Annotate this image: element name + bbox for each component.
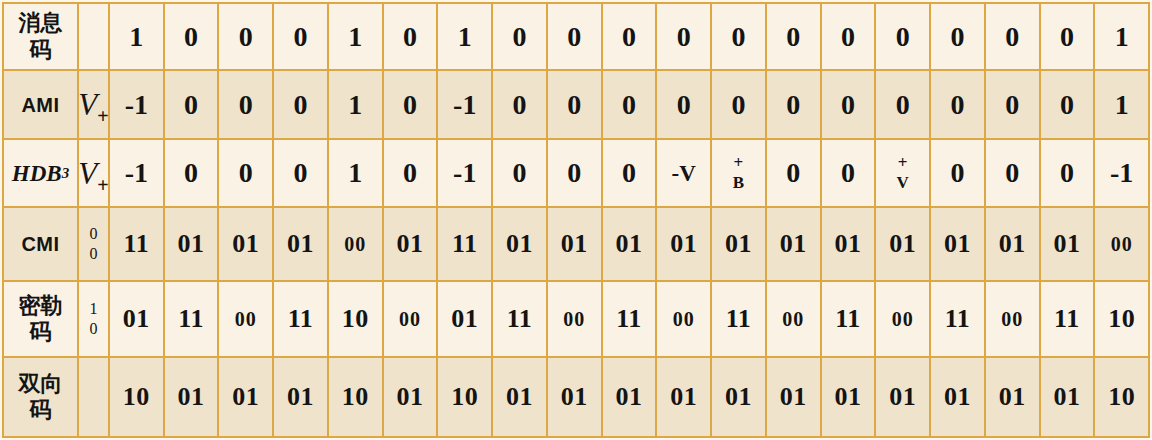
cell-message-11: 0: [657, 4, 710, 69]
cell-miller-1: 01: [110, 282, 163, 356]
cell-message-16: 0: [931, 4, 984, 69]
cell-cmi-18: 01: [1041, 208, 1094, 280]
cell-ami-18: 0: [1041, 71, 1094, 138]
cell-cmi-1: 11: [110, 208, 163, 280]
row-sublabel-biphase: [79, 358, 108, 436]
cell-cmi-17: 01: [986, 208, 1039, 280]
cell-ami-10: 0: [603, 71, 656, 138]
line-coding-table: 消息码1000101000000000001AMIV+-100010-10000…: [2, 2, 1150, 438]
cell-biphase-7: 10: [438, 358, 491, 436]
cell-biphase-17: 01: [986, 358, 1039, 436]
cell-miller-11: 00: [657, 282, 710, 356]
cell-message-12: 0: [712, 4, 765, 69]
cell-message-15: 0: [876, 4, 929, 69]
cell-hdb3-12: +B: [712, 140, 765, 206]
cell-ami-11: 0: [657, 71, 710, 138]
cell-miller-7: 01: [438, 282, 491, 356]
cell-hdb3-16: 0: [931, 140, 984, 206]
cell-hdb3-18: 0: [1041, 140, 1094, 206]
cell-biphase-14: 01: [822, 358, 875, 436]
cell-miller-6: 00: [384, 282, 437, 356]
cell-biphase-5: 10: [329, 358, 382, 436]
cell-hdb3-4: 0: [274, 140, 327, 206]
cell-miller-10: 11: [603, 282, 656, 356]
cell-biphase-2: 01: [165, 358, 218, 436]
cell-ami-6: 0: [384, 71, 437, 138]
cell-cmi-9: 01: [548, 208, 601, 280]
cell-ami-3: 0: [219, 71, 272, 138]
cell-cmi-2: 01: [165, 208, 218, 280]
cell-hdb3-14: 0: [822, 140, 875, 206]
cell-biphase-9: 01: [548, 358, 601, 436]
cell-cmi-19: 00: [1095, 208, 1148, 280]
cell-hdb3-7: -1: [438, 140, 491, 206]
cell-cmi-16: 01: [931, 208, 984, 280]
slide-table-page: 消息码1000101000000000001AMIV+-100010-10000…: [0, 0, 1152, 440]
cell-miller-2: 11: [165, 282, 218, 356]
cell-ami-15: 0: [876, 71, 929, 138]
row-sublabel-ami: V+: [79, 71, 108, 138]
cell-biphase-18: 01: [1041, 358, 1094, 436]
cell-biphase-8: 01: [493, 358, 546, 436]
cell-ami-8: 0: [493, 71, 546, 138]
cell-cmi-12: 01: [712, 208, 765, 280]
cell-biphase-19: 10: [1095, 358, 1148, 436]
cell-cmi-6: 01: [384, 208, 437, 280]
row-sublabel-cmi: 00: [79, 208, 108, 280]
cell-hdb3-2: 0: [165, 140, 218, 206]
cell-biphase-13: 01: [767, 358, 820, 436]
cell-cmi-13: 01: [767, 208, 820, 280]
cell-ami-5: 1: [329, 71, 382, 138]
cell-message-7: 1: [438, 4, 491, 69]
row-label-hdb3: HDB3: [4, 140, 77, 206]
row-label-miller: 密勒码: [4, 282, 77, 356]
cell-miller-5: 10: [329, 282, 382, 356]
cell-cmi-3: 01: [219, 208, 272, 280]
cell-message-5: 1: [329, 4, 382, 69]
polarity-symbol: V+: [78, 158, 108, 189]
cell-miller-4: 11: [274, 282, 327, 356]
cell-miller-8: 11: [493, 282, 546, 356]
cell-miller-15: 00: [876, 282, 929, 356]
cell-miller-13: 00: [767, 282, 820, 356]
cell-cmi-5: 00: [329, 208, 382, 280]
state-reference: 10: [90, 299, 98, 339]
cell-hdb3-8: 0: [493, 140, 546, 206]
cell-miller-9: 00: [548, 282, 601, 356]
cell-message-18: 0: [1041, 4, 1094, 69]
cell-miller-3: 00: [219, 282, 272, 356]
cell-miller-16: 11: [931, 282, 984, 356]
cell-miller-12: 11: [712, 282, 765, 356]
row-label-message: 消息码: [4, 4, 77, 69]
cell-cmi-4: 01: [274, 208, 327, 280]
cell-hdb3-1: -1: [110, 140, 163, 206]
cell-message-1: 1: [110, 4, 163, 69]
row-label-cmi: CMI: [4, 208, 77, 280]
cell-cmi-11: 01: [657, 208, 710, 280]
cell-message-14: 0: [822, 4, 875, 69]
cell-cmi-7: 11: [438, 208, 491, 280]
cell-message-3: 0: [219, 4, 272, 69]
cell-message-9: 0: [548, 4, 601, 69]
cell-message-6: 0: [384, 4, 437, 69]
cell-cmi-15: 01: [876, 208, 929, 280]
cell-hdb3-5: 1: [329, 140, 382, 206]
cell-ami-12: 0: [712, 71, 765, 138]
row-label-text: HDB: [12, 162, 62, 185]
polarity-symbol: V+: [78, 89, 108, 120]
cell-hdb3-15: +V: [876, 140, 929, 206]
cell-ami-19: 1: [1095, 71, 1148, 138]
cell-miller-17: 00: [986, 282, 1039, 356]
cell-hdb3-3: 0: [219, 140, 272, 206]
cell-hdb3-13: 0: [767, 140, 820, 206]
cell-message-8: 0: [493, 4, 546, 69]
cell-hdb3-17: 0: [986, 140, 1039, 206]
cell-ami-4: 0: [274, 71, 327, 138]
cell-ami-13: 0: [767, 71, 820, 138]
row-label-biphase: 双向码: [4, 358, 77, 436]
cell-ami-16: 0: [931, 71, 984, 138]
cell-miller-19: 10: [1095, 282, 1148, 356]
cell-hdb3-6: 0: [384, 140, 437, 206]
cell-message-17: 0: [986, 4, 1039, 69]
cell-miller-14: 11: [822, 282, 875, 356]
cell-message-13: 0: [767, 4, 820, 69]
cell-message-4: 0: [274, 4, 327, 69]
cell-ami-2: 0: [165, 71, 218, 138]
cell-biphase-4: 01: [274, 358, 327, 436]
cell-hdb3-10: 0: [603, 140, 656, 206]
cell-cmi-10: 01: [603, 208, 656, 280]
row-sublabel-message: [79, 4, 108, 69]
cell-miller-18: 11: [1041, 282, 1094, 356]
cell-biphase-15: 01: [876, 358, 929, 436]
cell-biphase-6: 01: [384, 358, 437, 436]
cell-hdb3-11: -V: [657, 140, 710, 206]
cell-cmi-8: 01: [493, 208, 546, 280]
cell-ami-9: 0: [548, 71, 601, 138]
cell-biphase-16: 01: [931, 358, 984, 436]
cell-ami-1: -1: [110, 71, 163, 138]
row-sublabel-hdb3: V+: [79, 140, 108, 206]
cell-message-2: 0: [165, 4, 218, 69]
cell-message-10: 0: [603, 4, 656, 69]
cell-biphase-1: 10: [110, 358, 163, 436]
row-label-ami: AMI: [4, 71, 77, 138]
state-reference: 00: [90, 224, 98, 264]
cell-biphase-3: 01: [219, 358, 272, 436]
cell-biphase-12: 01: [712, 358, 765, 436]
cell-hdb3-9: 0: [548, 140, 601, 206]
cell-biphase-10: 01: [603, 358, 656, 436]
row-sublabel-miller: 10: [79, 282, 108, 356]
cell-biphase-11: 01: [657, 358, 710, 436]
cell-hdb3-19: -1: [1095, 140, 1148, 206]
cell-ami-14: 0: [822, 71, 875, 138]
cell-message-19: 1: [1095, 4, 1148, 69]
cell-cmi-14: 01: [822, 208, 875, 280]
cell-ami-7: -1: [438, 71, 491, 138]
cell-ami-17: 0: [986, 71, 1039, 138]
